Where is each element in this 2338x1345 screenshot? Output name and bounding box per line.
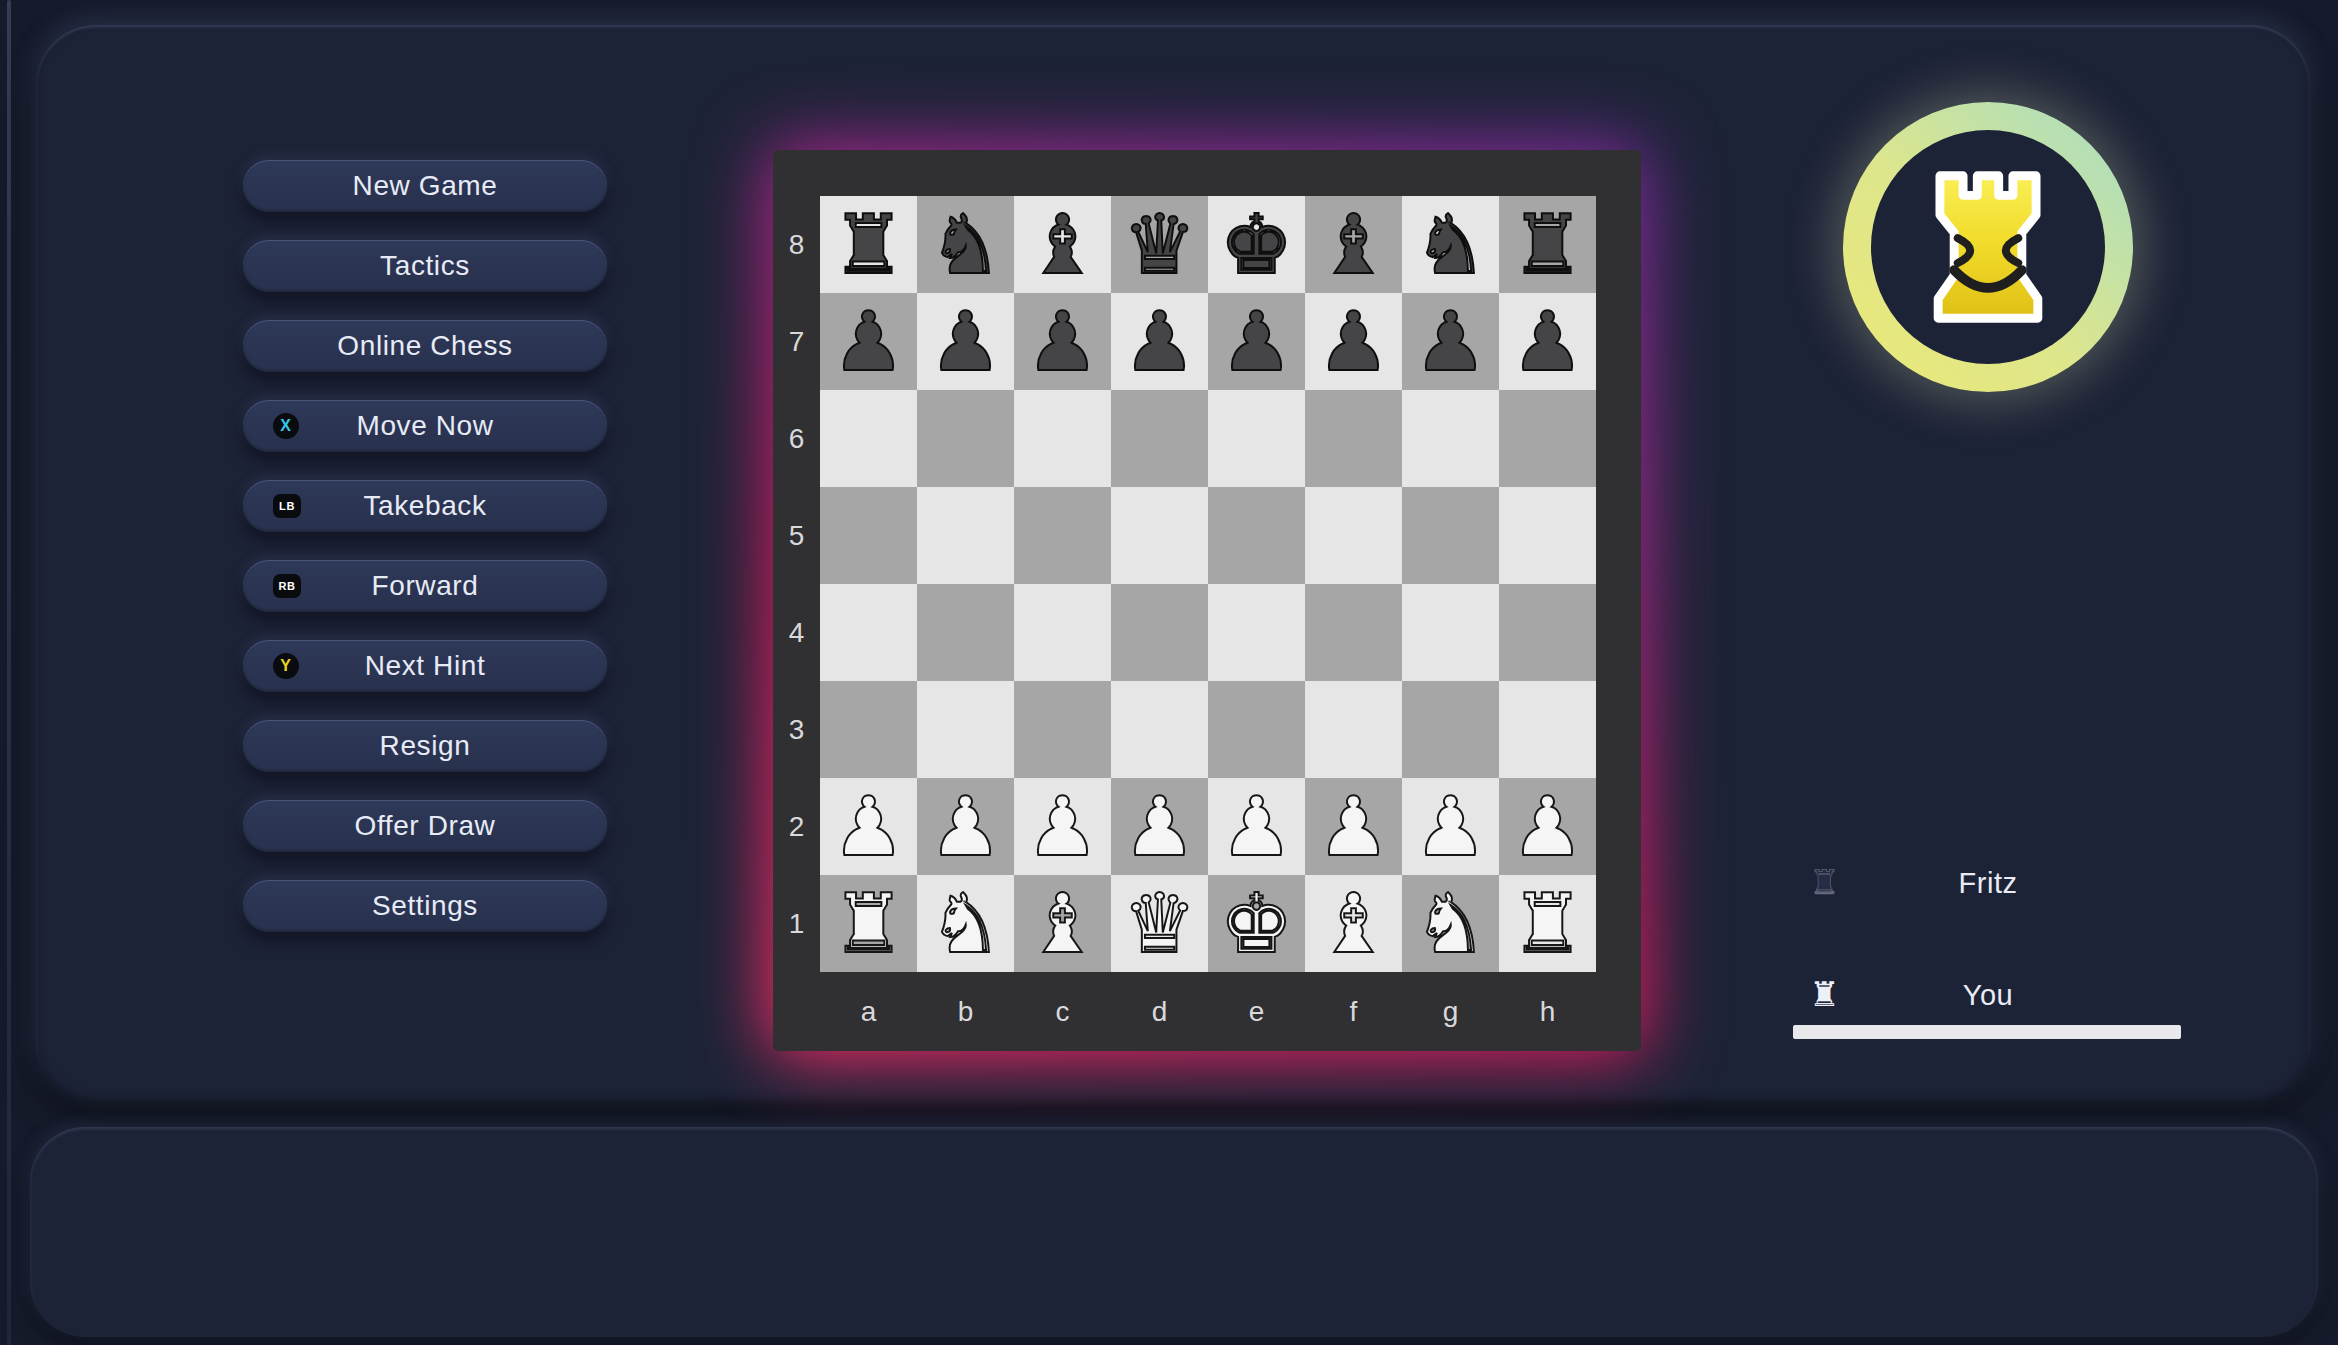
screen-left-edge-highlight [7, 0, 11, 1345]
square-e4[interactable] [1208, 584, 1305, 681]
piece-black-pawn: ♟ [1220, 301, 1294, 383]
piece-white-rook: ♜ [1511, 883, 1585, 965]
square-g1[interactable]: ♞ [1402, 875, 1499, 972]
square-c3[interactable] [1014, 681, 1111, 778]
piece-white-pawn: ♟ [929, 786, 1003, 868]
square-d1[interactable]: ♛ [1111, 875, 1208, 972]
square-f2[interactable]: ♟ [1305, 778, 1402, 875]
rank-label-6: 6 [773, 390, 820, 487]
new-game-button[interactable]: New Game [243, 160, 607, 212]
piece-black-rook: ♜ [832, 204, 906, 286]
chessboard: ♜♞♝♛♚♝♞♜♟♟♟♟♟♟♟♟♟♟♟♟♟♟♟♟♜♞♝♛♚♝♞♜ [820, 196, 1596, 972]
square-g8[interactable]: ♞ [1402, 196, 1499, 293]
main-panel: New Game Tactics Online Chess X Move Now… [36, 25, 2310, 1102]
square-c7[interactable]: ♟ [1014, 293, 1111, 390]
offer-draw-button[interactable]: Offer Draw [243, 800, 607, 852]
piece-black-knight: ♞ [1414, 204, 1488, 286]
piece-black-knight: ♞ [929, 204, 1003, 286]
square-d3[interactable] [1111, 681, 1208, 778]
square-g5[interactable] [1402, 487, 1499, 584]
rank-label-5: 5 [773, 487, 820, 584]
square-b4[interactable] [917, 584, 1014, 681]
rank-label-2: 2 [773, 778, 820, 875]
piece-white-pawn: ♟ [1123, 786, 1197, 868]
piece-black-rook: ♜ [1511, 204, 1585, 286]
piece-black-pawn: ♟ [832, 301, 906, 383]
file-label-c: c [1014, 972, 1111, 1051]
settings-button[interactable]: Settings [243, 880, 607, 932]
square-e2[interactable]: ♟ [1208, 778, 1305, 875]
square-d8[interactable]: ♛ [1111, 196, 1208, 293]
resign-button[interactable]: Resign [243, 720, 607, 772]
piece-white-pawn: ♟ [1414, 786, 1488, 868]
piece-white-pawn: ♟ [1317, 786, 1391, 868]
square-g3[interactable] [1402, 681, 1499, 778]
square-d5[interactable] [1111, 487, 1208, 584]
square-e8[interactable]: ♚ [1208, 196, 1305, 293]
self-player-row: ♜ You [1793, 975, 2183, 1015]
square-f4[interactable] [1305, 584, 1402, 681]
square-f3[interactable] [1305, 681, 1402, 778]
square-a2[interactable]: ♟ [820, 778, 917, 875]
rank-label-3: 3 [773, 681, 820, 778]
opponent-player-row: ♜ Fritz [1793, 863, 2183, 903]
chessboard-container: 87654321 ♜♞♝♛♚♝♞♜♟♟♟♟♟♟♟♟♟♟♟♟♟♟♟♟♜♞♝♛♚♝♞… [773, 150, 1641, 1051]
square-f6[interactable] [1305, 390, 1402, 487]
square-h8[interactable]: ♜ [1499, 196, 1596, 293]
piece-black-pawn: ♟ [1317, 301, 1391, 383]
square-b8[interactable]: ♞ [917, 196, 1014, 293]
piece-black-pawn: ♟ [1414, 301, 1488, 383]
square-a5[interactable] [820, 487, 917, 584]
piece-black-bishop: ♝ [1317, 204, 1391, 286]
forward-label: Forward [372, 570, 479, 602]
piece-white-knight: ♞ [1414, 883, 1488, 965]
square-f8[interactable]: ♝ [1305, 196, 1402, 293]
gamepad-y-button-icon: Y [273, 653, 299, 679]
piece-black-pawn: ♟ [1511, 301, 1585, 383]
piece-white-bishop: ♝ [1026, 883, 1100, 965]
piece-white-pawn: ♟ [832, 786, 906, 868]
square-a4[interactable] [820, 584, 917, 681]
square-c5[interactable] [1014, 487, 1111, 584]
gamepad-rb-button-icon: RB [273, 574, 301, 598]
square-b5[interactable] [917, 487, 1014, 584]
piece-black-bishop: ♝ [1026, 204, 1100, 286]
tactics-button[interactable]: Tactics [243, 240, 607, 292]
file-label-f: f [1305, 972, 1402, 1051]
self-name: You [1793, 975, 2183, 1015]
square-a1[interactable]: ♜ [820, 875, 917, 972]
piece-black-king: ♚ [1220, 204, 1294, 286]
square-a8[interactable]: ♜ [820, 196, 917, 293]
square-f1[interactable]: ♝ [1305, 875, 1402, 972]
opponent-name: Fritz [1793, 863, 2183, 903]
square-a3[interactable] [820, 681, 917, 778]
square-f7[interactable]: ♟ [1305, 293, 1402, 390]
takeback-button[interactable]: LB Takeback [243, 480, 607, 532]
square-g6[interactable] [1402, 390, 1499, 487]
square-d6[interactable] [1111, 390, 1208, 487]
turn-progress-bar [1793, 1025, 2181, 1039]
file-label-h: h [1499, 972, 1596, 1051]
piece-black-pawn: ♟ [929, 301, 1003, 383]
smiling-rook-icon [1899, 158, 2077, 336]
file-labels: abcdefgh [820, 972, 1596, 1051]
move-now-button[interactable]: X Move Now [243, 400, 607, 452]
piece-white-pawn: ♟ [1511, 786, 1585, 868]
square-h4[interactable] [1499, 584, 1596, 681]
rank-label-8: 8 [773, 196, 820, 293]
square-h2[interactable]: ♟ [1499, 778, 1596, 875]
square-h5[interactable] [1499, 487, 1596, 584]
piece-black-queen: ♛ [1123, 204, 1197, 286]
square-b3[interactable] [917, 681, 1014, 778]
square-c8[interactable]: ♝ [1014, 196, 1111, 293]
square-g7[interactable]: ♟ [1402, 293, 1499, 390]
file-label-d: d [1111, 972, 1208, 1051]
square-h6[interactable] [1499, 390, 1596, 487]
online-chess-label: Online Chess [337, 330, 512, 362]
square-d2[interactable]: ♟ [1111, 778, 1208, 875]
gamepad-lb-button-icon: LB [273, 494, 301, 518]
new-game-label: New Game [353, 170, 498, 202]
file-label-e: e [1208, 972, 1305, 1051]
square-a7[interactable]: ♟ [820, 293, 917, 390]
takeback-label: Takeback [363, 490, 486, 522]
rank-labels: 87654321 [773, 196, 820, 972]
square-b6[interactable] [917, 390, 1014, 487]
fritz-logo [1871, 130, 2105, 364]
file-label-a: a [820, 972, 917, 1051]
square-a6[interactable] [820, 390, 917, 487]
piece-white-pawn: ♟ [1026, 786, 1100, 868]
square-h1[interactable]: ♜ [1499, 875, 1596, 972]
rank-label-1: 1 [773, 875, 820, 972]
square-e5[interactable] [1208, 487, 1305, 584]
piece-black-pawn: ♟ [1123, 301, 1197, 383]
gamepad-x-button-icon: X [273, 413, 299, 439]
square-b7[interactable]: ♟ [917, 293, 1014, 390]
square-f5[interactable] [1305, 487, 1402, 584]
next-hint-label: Next Hint [365, 650, 486, 682]
square-d7[interactable]: ♟ [1111, 293, 1208, 390]
square-e6[interactable] [1208, 390, 1305, 487]
square-c1[interactable]: ♝ [1014, 875, 1111, 972]
rank-label-4: 4 [773, 584, 820, 681]
online-chess-button[interactable]: Online Chess [243, 320, 607, 372]
square-c2[interactable]: ♟ [1014, 778, 1111, 875]
piece-white-pawn: ♟ [1220, 786, 1294, 868]
square-h3[interactable] [1499, 681, 1596, 778]
file-label-b: b [917, 972, 1014, 1051]
piece-white-queen: ♛ [1123, 883, 1197, 965]
square-d4[interactable] [1111, 584, 1208, 681]
piece-white-knight: ♞ [929, 883, 1003, 965]
settings-label: Settings [372, 890, 478, 922]
square-c6[interactable] [1014, 390, 1111, 487]
bottom-panel [30, 1127, 2318, 1337]
forward-button[interactable]: RB Forward [243, 560, 607, 612]
resign-label: Resign [380, 730, 471, 762]
offer-draw-label: Offer Draw [355, 810, 496, 842]
piece-white-king: ♚ [1220, 883, 1294, 965]
move-now-label: Move Now [356, 410, 493, 442]
square-e7[interactable]: ♟ [1208, 293, 1305, 390]
square-e1[interactable]: ♚ [1208, 875, 1305, 972]
board-frame: 87654321 ♜♞♝♛♚♝♞♜♟♟♟♟♟♟♟♟♟♟♟♟♟♟♟♟♜♞♝♛♚♝♞… [773, 150, 1641, 1051]
square-h7[interactable]: ♟ [1499, 293, 1596, 390]
square-e3[interactable] [1208, 681, 1305, 778]
piece-white-rook: ♜ [832, 883, 906, 965]
file-label-g: g [1402, 972, 1499, 1051]
square-g2[interactable]: ♟ [1402, 778, 1499, 875]
piece-white-bishop: ♝ [1317, 883, 1391, 965]
square-b1[interactable]: ♞ [917, 875, 1014, 972]
next-hint-button[interactable]: Y Next Hint [243, 640, 607, 692]
tactics-label: Tactics [380, 250, 470, 282]
rank-label-7: 7 [773, 293, 820, 390]
sidebar-menu: New Game Tactics Online Chess X Move Now… [243, 160, 607, 932]
fritz-logo-ring [1843, 102, 2133, 392]
piece-black-pawn: ♟ [1026, 301, 1100, 383]
square-c4[interactable] [1014, 584, 1111, 681]
square-g4[interactable] [1402, 584, 1499, 681]
square-b2[interactable]: ♟ [917, 778, 1014, 875]
